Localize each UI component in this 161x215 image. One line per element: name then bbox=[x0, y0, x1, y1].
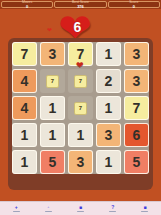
board-cell[interactable]: 3 bbox=[124, 42, 149, 66]
bottom-toolbar: + ◦ ■ ? ■ bbox=[0, 201, 161, 215]
mini-tile: 7 bbox=[74, 75, 87, 88]
mini-tile: 7 bbox=[74, 102, 87, 115]
board-cell[interactable]: 3 bbox=[96, 123, 121, 147]
app-screen: Moves 0 Best Score 376 Score 0 ❤ ❤ 6 737… bbox=[0, 0, 161, 215]
toolbar-item-dot[interactable]: ◦ bbox=[32, 205, 64, 213]
toolbar-item-square-2[interactable]: ■ bbox=[129, 205, 161, 213]
square-icon: ■ bbox=[143, 205, 146, 210]
board-cell[interactable]: 4 bbox=[12, 96, 37, 120]
board-cell[interactable]: 1 bbox=[68, 123, 93, 147]
board-cell[interactable]: 1 bbox=[40, 123, 65, 147]
square-icon: ■ bbox=[79, 205, 82, 210]
board-cell[interactable]: 1 bbox=[12, 150, 37, 174]
stat-score: Score 0 bbox=[108, 1, 160, 8]
board-cell[interactable]: 5 bbox=[40, 150, 65, 174]
dot-icon: ◦ bbox=[47, 205, 49, 210]
heart-marker-icon: ❤ bbox=[76, 61, 84, 70]
board-cell[interactable]: 3 bbox=[68, 150, 93, 174]
board-cell[interactable]: 3 bbox=[40, 42, 65, 66]
toolbar-item-square-1[interactable]: ■ bbox=[64, 205, 96, 213]
stat-moves-value: 0 bbox=[26, 5, 28, 9]
stat-score-value: 0 bbox=[133, 5, 135, 9]
board-cell[interactable]: 1 bbox=[96, 42, 121, 66]
board-cell[interactable]: 7 bbox=[12, 42, 37, 66]
board-cell[interactable]: 7 bbox=[68, 96, 93, 120]
board-cell[interactable]: 5 bbox=[124, 150, 149, 174]
toolbar-label bbox=[77, 211, 84, 213]
board-cell[interactable]: 1 bbox=[12, 123, 37, 147]
toolbar-item-question[interactable]: ? bbox=[97, 205, 129, 213]
board-cell[interactable]: 7 bbox=[124, 96, 149, 120]
heart-value: 6 bbox=[73, 19, 81, 35]
mini-tile: 7 bbox=[46, 75, 59, 88]
plus-icon: + bbox=[15, 205, 18, 210]
board-cell[interactable]: 4 bbox=[12, 69, 37, 93]
board-cell[interactable]: 1 bbox=[96, 150, 121, 174]
board-cell[interactable]: 2 bbox=[96, 69, 121, 93]
toolbar-label bbox=[109, 211, 116, 213]
game-board: 7371347723417171113615315 ❤ bbox=[8, 38, 153, 190]
board-cell[interactable]: 7 bbox=[40, 69, 65, 93]
toolbar-label bbox=[45, 211, 52, 213]
toolbar-item-plus[interactable]: + bbox=[0, 205, 32, 213]
board-cell[interactable]: 1 bbox=[96, 96, 121, 120]
toolbar-label bbox=[141, 211, 148, 213]
board-cell[interactable]: 6 bbox=[124, 123, 149, 147]
board-cell[interactable]: 7 bbox=[68, 69, 93, 93]
question-icon: ? bbox=[111, 205, 114, 210]
toolbar-label bbox=[13, 211, 20, 213]
board-cell[interactable]: 3 bbox=[124, 69, 149, 93]
stat-moves: Moves 0 bbox=[1, 1, 53, 8]
board-cell[interactable]: 1 bbox=[40, 96, 65, 120]
